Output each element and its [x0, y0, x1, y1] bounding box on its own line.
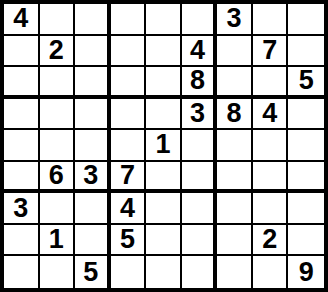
cell-r6c2-given: 6	[40, 162, 76, 194]
cell-r5c9-empty[interactable]	[288, 130, 324, 162]
cell-r3c5-empty[interactable]	[146, 67, 182, 99]
cell-r9c2-empty[interactable]	[40, 256, 76, 288]
cell-r6c3-given: 3	[75, 162, 111, 194]
cell-r1c1-given: 4	[4, 4, 40, 36]
cell-r5c3-empty[interactable]	[75, 130, 111, 162]
cell-r1c2-empty[interactable]	[40, 4, 76, 36]
cell-r7c4-given: 4	[111, 193, 147, 225]
cell-r3c3-empty[interactable]	[75, 67, 111, 99]
cell-r7c7-empty[interactable]	[217, 193, 253, 225]
cell-r3c9-given: 5	[288, 67, 324, 99]
cell-r6c1-empty[interactable]	[4, 162, 40, 194]
cell-r3c2-empty[interactable]	[40, 67, 76, 99]
cell-r3c7-empty[interactable]	[217, 67, 253, 99]
cell-r8c8-given: 2	[253, 225, 289, 257]
cell-r2c8-given: 7	[253, 36, 289, 68]
cell-r7c9-empty[interactable]	[288, 193, 324, 225]
cell-r2c6-given: 4	[182, 36, 218, 68]
cell-r1c6-empty[interactable]	[182, 4, 218, 36]
cell-r7c6-empty[interactable]	[182, 193, 218, 225]
cell-r7c3-empty[interactable]	[75, 193, 111, 225]
cell-r4c8-given: 4	[253, 99, 289, 131]
cell-r7c2-empty[interactable]	[40, 193, 76, 225]
cell-r2c3-empty[interactable]	[75, 36, 111, 68]
cell-r1c9-empty[interactable]	[288, 4, 324, 36]
cell-r5c7-empty[interactable]	[217, 130, 253, 162]
cell-r5c1-empty[interactable]	[4, 130, 40, 162]
cell-r1c4-empty[interactable]	[111, 4, 147, 36]
cell-r3c1-empty[interactable]	[4, 67, 40, 99]
cell-r1c8-empty[interactable]	[253, 4, 289, 36]
cell-r6c5-empty[interactable]	[146, 162, 182, 194]
cell-r8c4-given: 5	[111, 225, 147, 257]
sudoku-board: 432478538416373415259	[0, 0, 328, 292]
cell-r8c2-given: 1	[40, 225, 76, 257]
cell-r7c8-empty[interactable]	[253, 193, 289, 225]
cell-r9c9-given: 9	[288, 256, 324, 288]
cell-r7c1-given: 3	[4, 193, 40, 225]
cell-r9c8-empty[interactable]	[253, 256, 289, 288]
cell-r1c7-given: 3	[217, 4, 253, 36]
cell-r9c3-given: 5	[75, 256, 111, 288]
cell-r4c2-empty[interactable]	[40, 99, 76, 131]
cell-r6c4-given: 7	[111, 162, 147, 194]
cell-r3c8-empty[interactable]	[253, 67, 289, 99]
cell-r6c9-empty[interactable]	[288, 162, 324, 194]
cell-r6c6-empty[interactable]	[182, 162, 218, 194]
cell-r6c8-empty[interactable]	[253, 162, 289, 194]
cell-r2c1-empty[interactable]	[4, 36, 40, 68]
cell-r8c1-empty[interactable]	[4, 225, 40, 257]
cell-r4c1-empty[interactable]	[4, 99, 40, 131]
cell-r8c7-empty[interactable]	[217, 225, 253, 257]
cell-r3c6-given: 8	[182, 67, 218, 99]
cell-r4c4-empty[interactable]	[111, 99, 147, 131]
cell-r3c4-empty[interactable]	[111, 67, 147, 99]
cell-r9c5-empty[interactable]	[146, 256, 182, 288]
cell-r4c3-empty[interactable]	[75, 99, 111, 131]
cell-r2c4-empty[interactable]	[111, 36, 147, 68]
cell-r5c8-empty[interactable]	[253, 130, 289, 162]
cell-r6c7-empty[interactable]	[217, 162, 253, 194]
cell-r5c4-empty[interactable]	[111, 130, 147, 162]
cell-r5c6-empty[interactable]	[182, 130, 218, 162]
cell-r7c5-empty[interactable]	[146, 193, 182, 225]
cell-r4c6-given: 3	[182, 99, 218, 131]
cell-r2c5-empty[interactable]	[146, 36, 182, 68]
cell-r9c1-empty[interactable]	[4, 256, 40, 288]
cell-r8c3-empty[interactable]	[75, 225, 111, 257]
cell-r5c5-given: 1	[146, 130, 182, 162]
cell-r2c9-empty[interactable]	[288, 36, 324, 68]
cell-r9c6-empty[interactable]	[182, 256, 218, 288]
cell-r4c9-empty[interactable]	[288, 99, 324, 131]
cell-r2c7-empty[interactable]	[217, 36, 253, 68]
cell-r1c5-empty[interactable]	[146, 4, 182, 36]
cell-r8c6-empty[interactable]	[182, 225, 218, 257]
cell-r9c4-empty[interactable]	[111, 256, 147, 288]
cell-r4c5-empty[interactable]	[146, 99, 182, 131]
cell-r1c3-empty[interactable]	[75, 4, 111, 36]
cell-r9c7-empty[interactable]	[217, 256, 253, 288]
cell-r8c9-empty[interactable]	[288, 225, 324, 257]
cell-r8c5-empty[interactable]	[146, 225, 182, 257]
cell-r5c2-empty[interactable]	[40, 130, 76, 162]
cell-r2c2-given: 2	[40, 36, 76, 68]
cell-r4c7-given: 8	[217, 99, 253, 131]
